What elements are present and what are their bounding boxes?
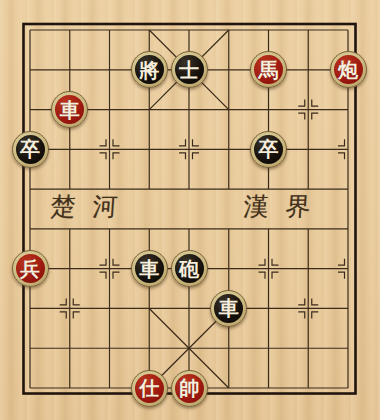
piece-black-soldier[interactable]: 卒 (12, 131, 49, 168)
piece-glyph: 炮 (338, 60, 358, 80)
piece-glyph: 車 (139, 259, 159, 279)
piece-disc: 卒 (254, 135, 283, 164)
piece-glyph: 仕 (139, 378, 159, 398)
piece-black-general[interactable]: 將 (131, 51, 168, 88)
piece-glyph: 士 (179, 60, 199, 80)
piece-red-general[interactable]: 帥 (171, 370, 208, 407)
piece-glyph: 車 (219, 298, 239, 318)
piece-black-soldier[interactable]: 卒 (250, 131, 287, 168)
xiangqi-board: 楚河 漢界 將士馬炮車卒卒兵車砲車仕帥 (0, 0, 380, 420)
piece-glyph: 馬 (259, 60, 279, 80)
piece-disc: 馬 (254, 55, 283, 84)
piece-disc: 士 (175, 55, 204, 84)
piece-glyph: 砲 (179, 259, 199, 279)
piece-red-advisor[interactable]: 仕 (131, 370, 168, 407)
piece-black-chariot[interactable]: 車 (210, 290, 247, 327)
piece-red-cannon[interactable]: 炮 (330, 51, 367, 88)
piece-black-advisor[interactable]: 士 (171, 51, 208, 88)
piece-glyph: 帥 (179, 378, 199, 398)
piece-glyph: 將 (139, 60, 159, 80)
piece-glyph: 卒 (259, 139, 279, 159)
piece-red-horse[interactable]: 馬 (250, 51, 287, 88)
piece-disc: 車 (55, 95, 84, 124)
piece-glyph: 兵 (20, 259, 40, 279)
piece-black-chariot[interactable]: 車 (131, 250, 168, 287)
piece-disc: 兵 (16, 254, 45, 283)
piece-glyph: 卒 (20, 139, 40, 159)
piece-disc: 車 (135, 254, 164, 283)
piece-red-soldier[interactable]: 兵 (12, 250, 49, 287)
piece-disc: 炮 (334, 55, 363, 84)
piece-black-cannon[interactable]: 砲 (171, 250, 208, 287)
piece-glyph: 車 (60, 100, 80, 120)
piece-disc: 將 (135, 55, 164, 84)
piece-disc: 帥 (175, 374, 204, 403)
piece-disc: 仕 (135, 374, 164, 403)
river-label-right: 漢界 (225, 190, 328, 223)
piece-disc: 車 (214, 294, 243, 323)
river-label-left: 楚河 (32, 190, 135, 223)
piece-disc: 卒 (16, 135, 45, 164)
piece-disc: 砲 (175, 254, 204, 283)
